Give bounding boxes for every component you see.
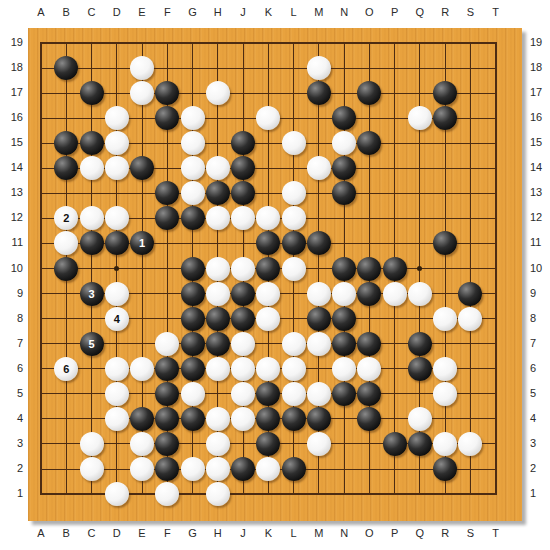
stone-J14 xyxy=(231,156,255,180)
stone-C11 xyxy=(80,231,104,255)
stone-N9 xyxy=(332,282,356,306)
stone-H14 xyxy=(206,156,230,180)
go-board[interactable]: 213456 xyxy=(28,28,522,521)
column-label-bottom-M: M xyxy=(309,527,329,539)
stone-D14 xyxy=(105,156,129,180)
stone-P3 xyxy=(383,432,407,456)
stone-O10 xyxy=(357,257,381,281)
row-label-left-1: 1 xyxy=(0,487,23,499)
go-game-screenshot: 213456 AABBCCDDEEFFGGHHJJKKLLMMNNOOPPQQR… xyxy=(0,0,550,550)
column-label-bottom-J: J xyxy=(233,527,253,539)
stone-K8 xyxy=(256,307,280,331)
row-label-left-8: 8 xyxy=(0,312,23,324)
stone-N14 xyxy=(332,156,356,180)
column-label-top-F: F xyxy=(157,6,177,18)
column-label-top-E: E xyxy=(132,6,152,18)
stone-F4 xyxy=(155,407,179,431)
stone-R16 xyxy=(433,106,457,130)
stone-J9 xyxy=(231,282,255,306)
stone-N16 xyxy=(332,106,356,130)
stone-H2 xyxy=(206,457,230,481)
stone-G15 xyxy=(181,131,205,155)
stone-L2 xyxy=(282,457,306,481)
stone-J13 xyxy=(231,181,255,205)
column-label-top-M: M xyxy=(309,6,329,18)
stone-N6 xyxy=(332,357,356,381)
row-label-right-6: 6 xyxy=(530,362,550,374)
stone-Q9 xyxy=(408,282,432,306)
row-label-left-10: 10 xyxy=(0,262,23,274)
stone-G14 xyxy=(181,156,205,180)
stone-H17 xyxy=(206,81,230,105)
stone-D6 xyxy=(105,357,129,381)
stone-G6 xyxy=(181,357,205,381)
row-label-left-19: 19 xyxy=(0,36,23,48)
column-label-top-T: T xyxy=(486,6,506,18)
stone-R2 xyxy=(433,457,457,481)
column-label-top-P: P xyxy=(385,6,405,18)
star-point-D10 xyxy=(114,266,119,271)
stone-F5 xyxy=(155,382,179,406)
stone-C14 xyxy=(80,156,104,180)
row-label-left-4: 4 xyxy=(0,412,23,424)
column-label-bottom-E: E xyxy=(132,527,152,539)
row-label-right-17: 17 xyxy=(530,86,550,98)
stone-E17 xyxy=(130,81,154,105)
row-label-left-11: 11 xyxy=(0,236,23,248)
stone-Q16 xyxy=(408,106,432,130)
row-label-right-4: 4 xyxy=(530,412,550,424)
stone-M17 xyxy=(307,81,331,105)
row-label-right-8: 8 xyxy=(530,312,550,324)
stone-M11 xyxy=(307,231,331,255)
column-label-bottom-H: H xyxy=(208,527,228,539)
stone-B18 xyxy=(54,56,78,80)
stone-H4 xyxy=(206,407,230,431)
stone-L12 xyxy=(282,206,306,230)
stone-E4 xyxy=(130,407,154,431)
row-label-right-3: 3 xyxy=(530,437,550,449)
row-label-right-15: 15 xyxy=(530,136,550,148)
stone-L11 xyxy=(282,231,306,255)
stone-S3 xyxy=(458,432,482,456)
stone-L5 xyxy=(282,382,306,406)
stone-F3 xyxy=(155,432,179,456)
stone-G16 xyxy=(181,106,205,130)
column-label-bottom-T: T xyxy=(486,527,506,539)
stone-G9 xyxy=(181,282,205,306)
column-label-bottom-F: F xyxy=(157,527,177,539)
stone-D15 xyxy=(105,131,129,155)
stone-C15 xyxy=(80,131,104,155)
stone-L7 xyxy=(282,332,306,356)
grid-line-vertical xyxy=(495,42,497,495)
column-label-bottom-B: B xyxy=(56,527,76,539)
stone-Q3 xyxy=(408,432,432,456)
stone-Q4 xyxy=(408,407,432,431)
stone-K3 xyxy=(256,432,280,456)
row-label-right-2: 2 xyxy=(530,462,550,474)
stone-C17 xyxy=(80,81,104,105)
stone-D11 xyxy=(105,231,129,255)
stone-K16 xyxy=(256,106,280,130)
stone-K5 xyxy=(256,382,280,406)
column-label-bottom-C: C xyxy=(82,527,102,539)
stone-Q7 xyxy=(408,332,432,356)
column-label-top-A: A xyxy=(31,6,51,18)
stone-K12 xyxy=(256,206,280,230)
stone-J6 xyxy=(231,357,255,381)
stone-J7 xyxy=(231,332,255,356)
stone-J15 xyxy=(231,131,255,155)
stone-H13 xyxy=(206,181,230,205)
stone-O4 xyxy=(357,407,381,431)
row-label-right-5: 5 xyxy=(530,387,550,399)
column-label-bottom-P: P xyxy=(385,527,405,539)
stone-S8 xyxy=(458,307,482,331)
stone-G5 xyxy=(181,382,205,406)
stone-G12 xyxy=(181,206,205,230)
column-label-top-D: D xyxy=(107,6,127,18)
stone-B14 xyxy=(54,156,78,180)
row-label-right-18: 18 xyxy=(530,61,550,73)
row-label-right-10: 10 xyxy=(530,262,550,274)
stone-Q6 xyxy=(408,357,432,381)
stone-G4 xyxy=(181,407,205,431)
stone-J10 xyxy=(231,257,255,281)
stone-F1 xyxy=(155,482,179,506)
row-label-right-14: 14 xyxy=(530,161,550,173)
stone-S9 xyxy=(458,282,482,306)
stone-H8 xyxy=(206,307,230,331)
column-label-top-Q: Q xyxy=(410,6,430,18)
stone-M4 xyxy=(307,407,331,431)
star-point-Q10 xyxy=(417,266,422,271)
column-label-bottom-A: A xyxy=(31,527,51,539)
stone-M3 xyxy=(307,432,331,456)
column-label-top-G: G xyxy=(183,6,203,18)
stone-D16 xyxy=(105,106,129,130)
stone-L15 xyxy=(282,131,306,155)
stone-H1 xyxy=(206,482,230,506)
stone-R3 xyxy=(433,432,457,456)
column-label-top-J: J xyxy=(233,6,253,18)
stone-M9 xyxy=(307,282,331,306)
stone-B12-move-2: 2 xyxy=(54,206,78,230)
stone-L6 xyxy=(282,357,306,381)
stone-G8 xyxy=(181,307,205,331)
stone-P10 xyxy=(383,257,407,281)
stone-G7 xyxy=(181,332,205,356)
row-label-right-7: 7 xyxy=(530,337,550,349)
stone-D1 xyxy=(105,482,129,506)
stone-B10 xyxy=(54,257,78,281)
row-label-left-12: 12 xyxy=(0,211,23,223)
stone-D8-move-4: 4 xyxy=(105,307,129,331)
stone-M5 xyxy=(307,382,331,406)
row-label-left-16: 16 xyxy=(0,111,23,123)
row-label-left-18: 18 xyxy=(0,61,23,73)
stone-O17 xyxy=(357,81,381,105)
row-label-left-2: 2 xyxy=(0,462,23,474)
stone-H6 xyxy=(206,357,230,381)
column-label-bottom-L: L xyxy=(284,527,304,539)
stone-J5 xyxy=(231,382,255,406)
stone-F7 xyxy=(155,332,179,356)
stone-D5 xyxy=(105,382,129,406)
stone-K4 xyxy=(256,407,280,431)
stone-F13 xyxy=(155,181,179,205)
column-label-bottom-D: D xyxy=(107,527,127,539)
row-label-left-9: 9 xyxy=(0,287,23,299)
row-label-right-11: 11 xyxy=(530,236,550,248)
column-label-top-R: R xyxy=(435,6,455,18)
stone-G2 xyxy=(181,457,205,481)
row-label-right-1: 1 xyxy=(530,487,550,499)
stone-M14 xyxy=(307,156,331,180)
stone-O5 xyxy=(357,382,381,406)
stone-E3 xyxy=(130,432,154,456)
stone-C7-move-5: 5 xyxy=(80,332,104,356)
stone-E14 xyxy=(130,156,154,180)
row-label-left-7: 7 xyxy=(0,337,23,349)
stone-R5 xyxy=(433,382,457,406)
row-label-right-12: 12 xyxy=(530,211,550,223)
row-label-left-6: 6 xyxy=(0,362,23,374)
column-label-top-N: N xyxy=(334,6,354,18)
row-label-right-13: 13 xyxy=(530,186,550,198)
stone-L10 xyxy=(282,257,306,281)
stone-N7 xyxy=(332,332,356,356)
stone-R17 xyxy=(433,81,457,105)
stone-N5 xyxy=(332,382,356,406)
column-label-top-H: H xyxy=(208,6,228,18)
stone-R6 xyxy=(433,357,457,381)
stone-O15 xyxy=(357,131,381,155)
stone-E11-move-1: 1 xyxy=(130,231,154,255)
column-label-top-B: B xyxy=(56,6,76,18)
stone-H7 xyxy=(206,332,230,356)
stone-N10 xyxy=(332,257,356,281)
row-label-left-14: 14 xyxy=(0,161,23,173)
stone-F6 xyxy=(155,357,179,381)
stone-H10 xyxy=(206,257,230,281)
column-label-top-O: O xyxy=(359,6,379,18)
column-label-bottom-R: R xyxy=(435,527,455,539)
column-label-bottom-N: N xyxy=(334,527,354,539)
stone-N15 xyxy=(332,131,356,155)
stone-C2 xyxy=(80,457,104,481)
stone-J12 xyxy=(231,206,255,230)
stone-M8 xyxy=(307,307,331,331)
stone-C9-move-3: 3 xyxy=(80,282,104,306)
stone-C3 xyxy=(80,432,104,456)
stone-H9 xyxy=(206,282,230,306)
stone-B6-move-6: 6 xyxy=(54,357,78,381)
column-label-bottom-Q: Q xyxy=(410,527,430,539)
stone-G10 xyxy=(181,257,205,281)
stone-K6 xyxy=(256,357,280,381)
stone-F2 xyxy=(155,457,179,481)
stone-L4 xyxy=(282,407,306,431)
stone-J8 xyxy=(231,307,255,331)
stone-D9 xyxy=(105,282,129,306)
stone-D12 xyxy=(105,206,129,230)
stone-O6 xyxy=(357,357,381,381)
stone-H3 xyxy=(206,432,230,456)
stone-F16 xyxy=(155,106,179,130)
stone-O7 xyxy=(357,332,381,356)
column-label-top-L: L xyxy=(284,6,304,18)
row-label-left-13: 13 xyxy=(0,186,23,198)
stone-J2 xyxy=(231,457,255,481)
column-label-bottom-S: S xyxy=(460,527,480,539)
stone-K9 xyxy=(256,282,280,306)
column-label-bottom-G: G xyxy=(183,527,203,539)
row-label-right-9: 9 xyxy=(530,287,550,299)
row-label-right-19: 19 xyxy=(530,36,550,48)
stone-H12 xyxy=(206,206,230,230)
stone-F17 xyxy=(155,81,179,105)
stone-N8 xyxy=(332,307,356,331)
stone-M7 xyxy=(307,332,331,356)
stone-K10 xyxy=(256,257,280,281)
row-label-right-16: 16 xyxy=(530,111,550,123)
stone-J4 xyxy=(231,407,255,431)
row-label-left-17: 17 xyxy=(0,86,23,98)
column-label-top-C: C xyxy=(82,6,102,18)
column-label-bottom-K: K xyxy=(258,527,278,539)
stone-K2 xyxy=(256,457,280,481)
stone-E2 xyxy=(130,457,154,481)
column-label-bottom-O: O xyxy=(359,527,379,539)
stone-R11 xyxy=(433,231,457,255)
stone-O9 xyxy=(357,282,381,306)
stone-R8 xyxy=(433,307,457,331)
stone-M18 xyxy=(307,56,331,80)
stone-D4 xyxy=(105,407,129,431)
row-label-left-3: 3 xyxy=(0,437,23,449)
stone-P9 xyxy=(383,282,407,306)
stone-E18 xyxy=(130,56,154,80)
row-label-left-5: 5 xyxy=(0,387,23,399)
column-label-top-K: K xyxy=(258,6,278,18)
stone-G13 xyxy=(181,181,205,205)
stone-F12 xyxy=(155,206,179,230)
row-label-left-15: 15 xyxy=(0,136,23,148)
stone-E6 xyxy=(130,357,154,381)
stone-N13 xyxy=(332,181,356,205)
stone-L13 xyxy=(282,181,306,205)
stone-K11 xyxy=(256,231,280,255)
stone-B11 xyxy=(54,231,78,255)
grid-line-vertical xyxy=(470,42,471,495)
column-label-top-S: S xyxy=(460,6,480,18)
stone-C12 xyxy=(80,206,104,230)
stone-B15 xyxy=(54,131,78,155)
